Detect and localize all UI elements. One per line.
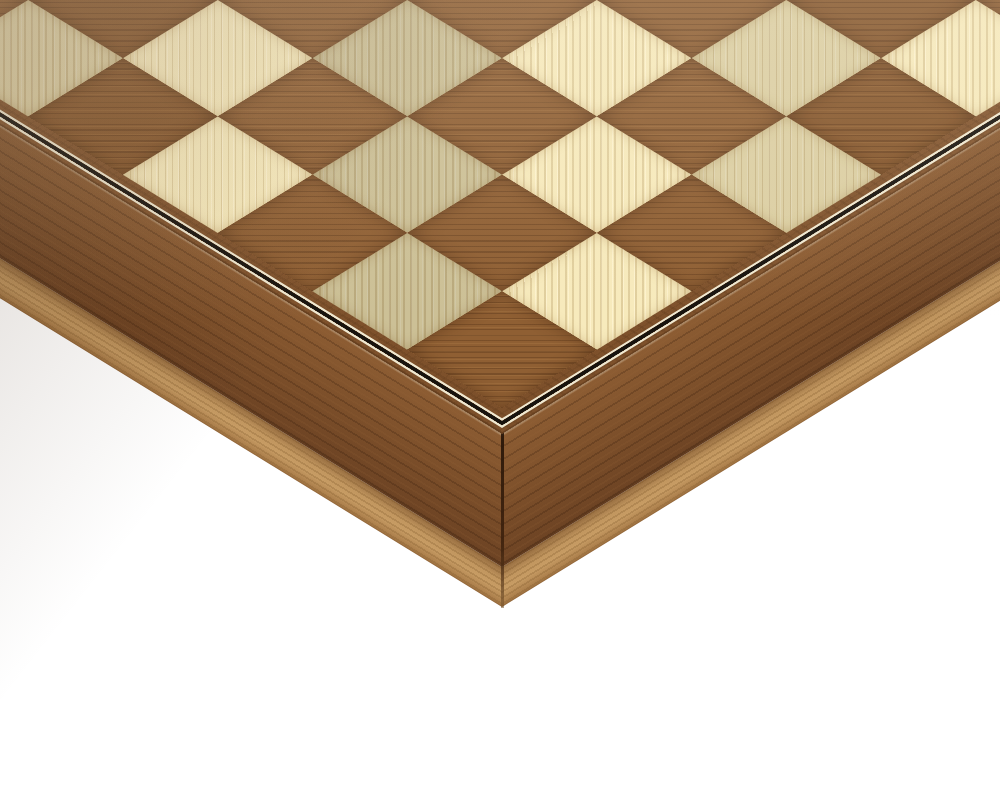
product-photo-scene xyxy=(0,0,1000,800)
corner-miter-seam xyxy=(501,431,504,608)
